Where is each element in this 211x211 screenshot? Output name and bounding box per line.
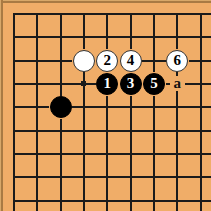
- board-cell: [119, 96, 142, 119]
- board-cell: [189, 26, 211, 49]
- board-cell: [49, 189, 72, 211]
- board-cell: 1: [96, 72, 119, 95]
- board-cell: [142, 166, 165, 189]
- grid-line-horizontal: [189, 60, 211, 62]
- board-cell: [96, 96, 119, 119]
- grid-line-horizontal: [189, 36, 211, 38]
- grid-line-horizontal: [119, 130, 142, 132]
- board-cell: [49, 49, 72, 72]
- grid-line-horizontal: [72, 106, 95, 108]
- board-cell: [96, 26, 119, 49]
- board-cell: [96, 166, 119, 189]
- grid-line-horizontal: [189, 13, 211, 15]
- board-cell: [26, 49, 49, 72]
- grid-line-horizontal: [96, 106, 119, 108]
- grid-line-horizontal: [142, 176, 165, 178]
- grid-line-horizontal: [189, 130, 211, 132]
- board-cell: [26, 2, 49, 25]
- stone-number: 5: [150, 76, 158, 91]
- black-stone: 5: [143, 73, 165, 95]
- board-cell: [119, 189, 142, 211]
- board-cell: [72, 49, 95, 72]
- stone-tile: 3: [119, 72, 142, 95]
- board-cell: [189, 119, 211, 142]
- board-cell: [26, 119, 49, 142]
- stone-tile: [49, 96, 72, 119]
- grid-line-horizontal: [142, 106, 165, 108]
- board-cell: [189, 166, 211, 189]
- stone-number: 2: [104, 53, 112, 68]
- grid-line-horizontal: [13, 83, 26, 85]
- stone-number: 3: [127, 76, 135, 91]
- grid-line-horizontal: [119, 200, 142, 202]
- grid-line-horizontal: [189, 176, 211, 178]
- grid-line-horizontal: [96, 200, 119, 202]
- board-cell: [26, 189, 49, 211]
- board-cell: [119, 26, 142, 49]
- grid-line-horizontal: [96, 153, 119, 155]
- board-cell: [26, 72, 49, 95]
- grid-line-horizontal: [13, 200, 26, 202]
- grid-line-horizontal: [72, 130, 95, 132]
- board-cell: [26, 26, 49, 49]
- square-marker: [81, 81, 86, 86]
- grid-line-horizontal: [166, 36, 189, 38]
- grid-line-horizontal: [166, 176, 189, 178]
- grid-line-horizontal: [13, 13, 26, 15]
- grid-line-horizontal: [13, 130, 26, 132]
- stone-tile: 6: [166, 49, 189, 72]
- board-cell: [166, 189, 189, 211]
- grid-line-horizontal: [166, 200, 189, 202]
- board-cell: [2, 2, 25, 25]
- stone-tile: 4: [119, 49, 142, 72]
- grid-line-horizontal: [13, 176, 26, 178]
- grid-line-horizontal: [26, 200, 49, 202]
- board-cell: [26, 142, 49, 165]
- grid-line-horizontal: [119, 153, 142, 155]
- board-cell: [142, 2, 165, 25]
- board-cell: [166, 26, 189, 49]
- grid-line-horizontal: [119, 36, 142, 38]
- board-cell: [49, 96, 72, 119]
- grid-line-horizontal: [49, 36, 72, 38]
- grid-line-horizontal: [166, 13, 189, 15]
- grid-line-horizontal: [72, 176, 95, 178]
- white-stone: 2: [96, 50, 118, 72]
- board-cell: [142, 96, 165, 119]
- board-cell: [2, 26, 25, 49]
- board-cell: [142, 49, 165, 72]
- grid-line-horizontal: [26, 106, 49, 108]
- stone-tile: 2: [96, 49, 119, 72]
- grid-line-horizontal: [49, 130, 72, 132]
- grid-line-horizontal: [49, 153, 72, 155]
- grid-line-horizontal: [26, 153, 49, 155]
- board-cell: [142, 26, 165, 49]
- board-cell: 3: [119, 72, 142, 95]
- stone-number: 1: [104, 76, 112, 91]
- board-cell: [2, 72, 25, 95]
- board-cell: [49, 119, 72, 142]
- board-cell: [49, 142, 72, 165]
- grid-line-horizontal: [13, 36, 26, 38]
- board-cell: [26, 166, 49, 189]
- grid-line-horizontal: [26, 176, 49, 178]
- board-cell: [166, 166, 189, 189]
- grid-line-horizontal: [142, 153, 165, 155]
- board-cell: [2, 189, 25, 211]
- board-cell: [49, 2, 72, 25]
- grid-line-horizontal: [96, 130, 119, 132]
- grid-line-horizontal: [166, 130, 189, 132]
- board-cell: [72, 166, 95, 189]
- grid-line-horizontal: [49, 13, 72, 15]
- board-cell: [166, 96, 189, 119]
- grid-line-horizontal: [49, 200, 72, 202]
- board-cell: a: [166, 72, 189, 95]
- grid-line-horizontal: [26, 36, 49, 38]
- board-cell: [49, 166, 72, 189]
- board-cell: [2, 166, 25, 189]
- board-cell: [49, 72, 72, 95]
- grid-line-horizontal: [189, 106, 211, 108]
- board-cell: [72, 96, 95, 119]
- grid-line-horizontal: [13, 60, 26, 62]
- board-cell: [72, 2, 95, 25]
- stone-number: 4: [127, 53, 135, 68]
- grid-line-horizontal: [142, 36, 165, 38]
- board-cell: [166, 119, 189, 142]
- board-cell: [96, 142, 119, 165]
- board-cell: [119, 166, 142, 189]
- board-grid: 246135a: [2, 2, 211, 211]
- board-cell: 2: [96, 49, 119, 72]
- board-cell: [72, 72, 95, 95]
- grid-line-horizontal: [189, 83, 211, 85]
- stone-tile: 5: [142, 72, 165, 95]
- board-cell: [119, 119, 142, 142]
- board-cell: [2, 96, 25, 119]
- board-cell: [189, 96, 211, 119]
- board-cell: [142, 189, 165, 211]
- board-cell: [72, 189, 95, 211]
- board-cell: 4: [119, 49, 142, 72]
- stone-tile: [72, 49, 95, 72]
- board-cell: [189, 49, 211, 72]
- grid-line-horizontal: [26, 130, 49, 132]
- grid-line-horizontal: [72, 200, 95, 202]
- grid-line-horizontal: [119, 106, 142, 108]
- grid-line-horizontal: [189, 153, 211, 155]
- black-stone: 1: [96, 73, 118, 95]
- board-cell: 6: [166, 49, 189, 72]
- board-cell: [119, 2, 142, 25]
- board-cell: [189, 189, 211, 211]
- white-stone: 4: [120, 50, 142, 72]
- board-cell: [72, 142, 95, 165]
- stone-number: 6: [174, 53, 182, 68]
- grid-line-horizontal: [49, 83, 72, 85]
- grid-line-horizontal: [26, 13, 49, 15]
- board-cell: [72, 26, 95, 49]
- grid-line-horizontal: [96, 176, 119, 178]
- black-stone: [50, 96, 72, 118]
- board-cell: [142, 119, 165, 142]
- grid-line-horizontal: [13, 153, 26, 155]
- board-cell: [96, 2, 119, 25]
- grid-line-horizontal: [142, 200, 165, 202]
- white-stone: 6: [166, 50, 188, 72]
- board-cell: [166, 2, 189, 25]
- grid-line-horizontal: [166, 153, 189, 155]
- board-cell: [142, 142, 165, 165]
- grid-line-horizontal: [119, 176, 142, 178]
- board-cell: [96, 119, 119, 142]
- board-frame-top: [0, 0, 211, 3]
- board-cell: [72, 119, 95, 142]
- board-cell: [26, 96, 49, 119]
- grid-line-horizontal: [96, 13, 119, 15]
- grid-line-horizontal: [119, 13, 142, 15]
- board-cell: [2, 49, 25, 72]
- board-cell: [189, 142, 211, 165]
- board-cell: 5: [142, 72, 165, 95]
- grid-line-horizontal: [26, 83, 49, 85]
- grid-line-horizontal: [142, 60, 165, 62]
- grid-line-horizontal: [142, 130, 165, 132]
- board-frame-left: [0, 0, 3, 211]
- grid-line-horizontal: [142, 13, 165, 15]
- black-stone: 3: [120, 73, 142, 95]
- grid-line-horizontal: [166, 106, 189, 108]
- grid-line-horizontal: [72, 36, 95, 38]
- go-diagram: 246135a: [0, 0, 211, 211]
- grid-line-horizontal: [26, 60, 49, 62]
- board-cell: [119, 142, 142, 165]
- grid-line-horizontal: [49, 60, 72, 62]
- board-cell: [166, 142, 189, 165]
- grid-line-horizontal: [72, 153, 95, 155]
- board-cell: [49, 26, 72, 49]
- board-cell: [189, 2, 211, 25]
- board-cell: [189, 72, 211, 95]
- grid-line-horizontal: [72, 13, 95, 15]
- grid-line-horizontal: [13, 106, 26, 108]
- white-stone: [73, 50, 95, 72]
- grid-line-horizontal: [96, 36, 119, 38]
- stone-tile: 1: [96, 72, 119, 95]
- board-cell: [2, 142, 25, 165]
- grid-line-horizontal: [189, 200, 211, 202]
- grid-line-horizontal: [49, 176, 72, 178]
- point-label-a: a: [170, 76, 185, 91]
- board-cell: [2, 119, 25, 142]
- board-cell: [96, 189, 119, 211]
